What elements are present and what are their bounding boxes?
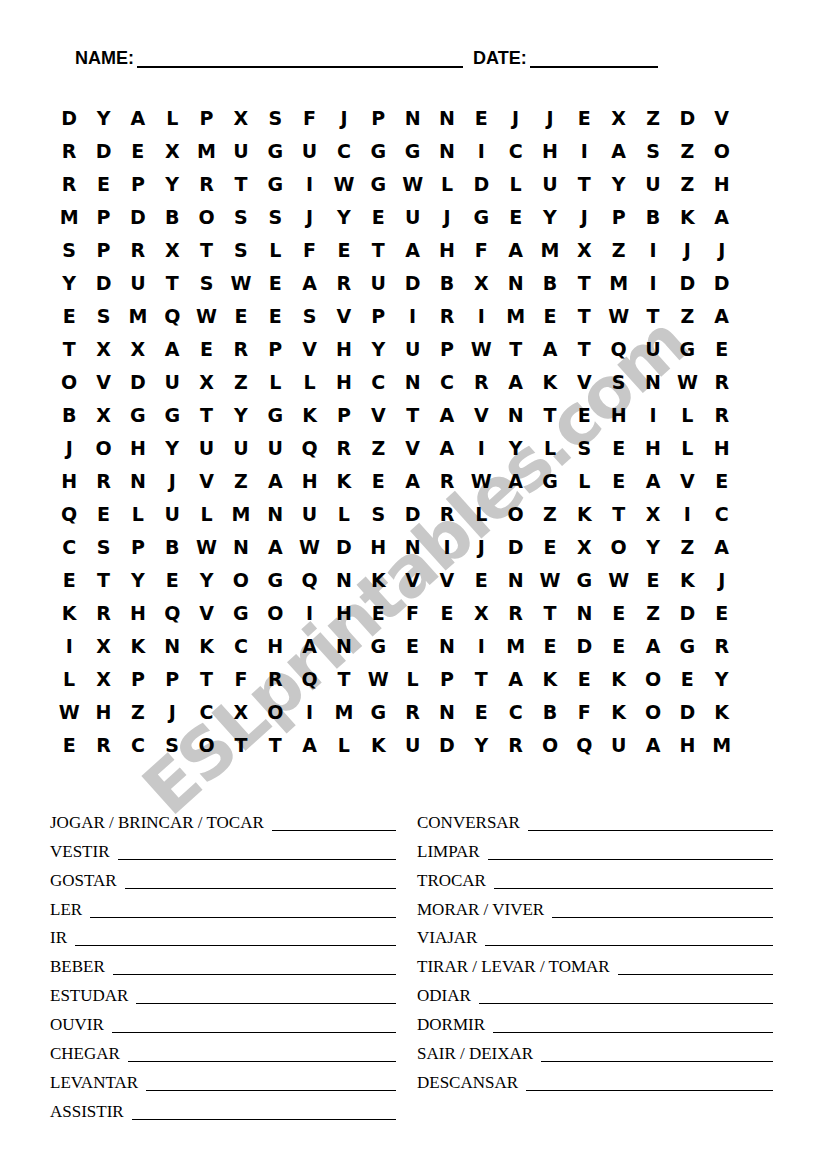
answer-blank-line (479, 1003, 773, 1004)
grid-cell: T (533, 398, 567, 431)
grid-cell: I (292, 696, 326, 729)
grid-cell: V (292, 332, 326, 365)
grid-cell: L (258, 233, 292, 266)
grid-cell: N (395, 101, 429, 134)
answer-blank-line (488, 859, 773, 860)
date-label: DATE: (473, 47, 527, 69)
grid-cell: H (430, 233, 464, 266)
grid-cell: O (86, 431, 120, 464)
grid-cell: G (395, 134, 429, 167)
grid-cell: Z (224, 465, 258, 498)
grid-cell: W (464, 332, 498, 365)
grid-cell: A (705, 531, 739, 564)
grid-cell: H (327, 365, 361, 398)
grid-cell: C (224, 630, 258, 663)
clue-verb-label: DORMIR (417, 1014, 485, 1035)
grid-cell: K (189, 630, 223, 663)
clue-verb-label: IR (50, 927, 67, 948)
grid-cell: H (121, 431, 155, 464)
grid-cell: Y (52, 266, 86, 299)
grid-cell: L (670, 398, 704, 431)
grid-cell: W (533, 564, 567, 597)
clue-verb-label: VESTIR (50, 841, 110, 862)
grid-cell: S (52, 233, 86, 266)
clue-list-left: JOGAR / BRINCAR / TOCARVESTIRGOSTARLERIR… (50, 804, 396, 1122)
grid-cell: T (189, 663, 223, 696)
grid-cell: E (602, 465, 636, 498)
grid-cell: Z (636, 597, 670, 630)
grid-cell: U (292, 498, 326, 531)
grid-cell: T (52, 332, 86, 365)
grid-cell: S (258, 101, 292, 134)
grid-cell: A (395, 465, 429, 498)
grid-cell: T (224, 729, 258, 762)
grid-cell: D (86, 266, 120, 299)
answer-blank-line (118, 859, 397, 860)
grid-cell: X (86, 398, 120, 431)
grid-cell: A (636, 465, 670, 498)
grid-cell: H (670, 729, 704, 762)
grid-cell: C (189, 696, 223, 729)
grid-cell: E (670, 663, 704, 696)
grid-cell: U (155, 365, 189, 398)
grid-cell: P (86, 233, 120, 266)
grid-cell: U (602, 729, 636, 762)
grid-cell: T (636, 299, 670, 332)
grid-cell: X (224, 696, 258, 729)
grid-cell: K (533, 365, 567, 398)
grid-cell: B (533, 266, 567, 299)
grid-cell: E (361, 200, 395, 233)
grid-cell: E (361, 597, 395, 630)
grid-cell: W (395, 167, 429, 200)
grid-cell: R (395, 696, 429, 729)
grid-cell: W (602, 299, 636, 332)
grid-cell: Y (602, 167, 636, 200)
grid-cell: Y (189, 564, 223, 597)
grid-cell: R (189, 167, 223, 200)
grid-cell: G (121, 398, 155, 431)
grid-cell: N (327, 630, 361, 663)
grid-cell: E (567, 101, 601, 134)
answer-blank-line (112, 1032, 396, 1033)
grid-cell: A (498, 365, 532, 398)
clue-row: MORAR / VIVER (417, 891, 773, 920)
grid-cell: E (705, 465, 739, 498)
header: NAME: DATE: (75, 42, 675, 69)
grid-cell: X (464, 266, 498, 299)
clue-row: OUVIR (50, 1006, 396, 1035)
grid-cell: K (567, 498, 601, 531)
clue-verb-label: ASSISTIR (50, 1101, 124, 1122)
grid-cell: T (464, 663, 498, 696)
answer-blank-line (113, 974, 396, 975)
grid-cell: R (705, 365, 739, 398)
grid-cell: D (121, 365, 155, 398)
grid-cell: O (224, 564, 258, 597)
grid-cell: T (533, 597, 567, 630)
grid-cell: D (705, 266, 739, 299)
grid-cell: E (567, 663, 601, 696)
grid-cell: X (86, 332, 120, 365)
grid-cell: S (86, 531, 120, 564)
clue-verb-label: VIAJAR (417, 927, 477, 948)
clue-row: ASSISTIR (50, 1093, 396, 1122)
clue-row: LER (50, 891, 396, 920)
grid-cell: J (155, 465, 189, 498)
grid-cell: R (430, 299, 464, 332)
grid-cell: E (602, 431, 636, 464)
grid-cell: D (670, 266, 704, 299)
grid-cell: E (567, 398, 601, 431)
grid-cell: U (361, 266, 395, 299)
grid-cell: G (670, 332, 704, 365)
grid-cell: K (533, 663, 567, 696)
answer-blank-line (526, 1090, 773, 1091)
grid-cell: R (498, 597, 532, 630)
grid-cell: U (533, 167, 567, 200)
grid-cell: T (567, 299, 601, 332)
grid-cell: R (258, 663, 292, 696)
grid-cell: L (52, 663, 86, 696)
grid-cell: D (121, 200, 155, 233)
grid-cell: P (430, 663, 464, 696)
grid-cell: I (670, 498, 704, 531)
grid-cell: I (464, 630, 498, 663)
grid-cell: M (533, 233, 567, 266)
grid-cell: T (602, 498, 636, 531)
grid-cell: M (52, 200, 86, 233)
grid-cell: A (636, 630, 670, 663)
grid-cell: V (86, 365, 120, 398)
grid-cell: L (258, 365, 292, 398)
grid-cell: J (567, 200, 601, 233)
grid-cell: Y (705, 663, 739, 696)
grid-cell: P (430, 332, 464, 365)
grid-cell: T (361, 233, 395, 266)
grid-cell: R (121, 233, 155, 266)
grid-cell: A (121, 101, 155, 134)
grid-cell: Y (86, 101, 120, 134)
answer-blank-line (128, 1061, 396, 1062)
word-search-grid: DYALPXSFJPNNEJJEXZDVRDEXMUGUCGGNICHIASZO… (52, 101, 739, 762)
grid-cell: I (292, 597, 326, 630)
grid-cell: Y (327, 200, 361, 233)
grid-cell: W (602, 564, 636, 597)
grid-cell: E (86, 498, 120, 531)
grid-cell: Q (567, 729, 601, 762)
clue-verb-label: LIMPAR (417, 841, 480, 862)
grid-cell: K (292, 398, 326, 431)
grid-cell: D (327, 531, 361, 564)
grid-cell: O (52, 365, 86, 398)
grid-cell: P (361, 299, 395, 332)
grid-cell: P (155, 663, 189, 696)
grid-cell: M (121, 299, 155, 332)
clue-row: CONVERSAR (417, 804, 773, 833)
clue-verb-label: LER (50, 899, 82, 920)
grid-cell: G (361, 630, 395, 663)
grid-cell: S (258, 200, 292, 233)
grid-cell: H (705, 431, 739, 464)
grid-cell: E (705, 597, 739, 630)
grid-cell: N (636, 365, 670, 398)
grid-cell: B (636, 200, 670, 233)
grid-cell: F (224, 663, 258, 696)
grid-cell: F (567, 696, 601, 729)
grid-cell: I (636, 266, 670, 299)
grid-cell: V (567, 365, 601, 398)
answer-blank-line (125, 888, 396, 889)
grid-cell: N (155, 630, 189, 663)
grid-cell: G (533, 465, 567, 498)
grid-cell: Y (224, 398, 258, 431)
clue-row: TROCAR (417, 862, 773, 891)
grid-cell: N (498, 266, 532, 299)
grid-cell: A (705, 200, 739, 233)
grid-cell: V (189, 597, 223, 630)
grid-cell: P (121, 167, 155, 200)
grid-cell: S (602, 365, 636, 398)
grid-cell: U (258, 431, 292, 464)
grid-cell: C (498, 134, 532, 167)
grid-cell: N (224, 531, 258, 564)
grid-cell: D (430, 729, 464, 762)
grid-cell: G (361, 167, 395, 200)
grid-cell: E (430, 597, 464, 630)
grid-cell: Z (670, 299, 704, 332)
grid-cell: G (258, 564, 292, 597)
grid-cell: Y (155, 431, 189, 464)
grid-cell: E (705, 332, 739, 365)
grid-cell: S (224, 200, 258, 233)
grid-cell: V (189, 465, 223, 498)
grid-cell: L (155, 101, 189, 134)
clue-verb-label: GOSTAR (50, 870, 117, 891)
clue-verb-label: BEBER (50, 956, 105, 977)
grid-cell: W (327, 167, 361, 200)
clue-row: JOGAR / BRINCAR / TOCAR (50, 804, 396, 833)
grid-cell: H (292, 465, 326, 498)
grid-cell: E (395, 630, 429, 663)
grid-cell: E (464, 101, 498, 134)
grid-cell: X (464, 597, 498, 630)
grid-cell: R (327, 431, 361, 464)
grid-cell: A (498, 663, 532, 696)
grid-cell: E (52, 299, 86, 332)
grid-cell: E (533, 630, 567, 663)
grid-cell: Q (602, 332, 636, 365)
grid-cell: Y (464, 729, 498, 762)
grid-cell: L (567, 465, 601, 498)
grid-cell: N (430, 101, 464, 134)
grid-cell: P (258, 332, 292, 365)
grid-cell: S (224, 233, 258, 266)
grid-cell: P (121, 531, 155, 564)
grid-cell: I (636, 398, 670, 431)
name-blank-line (137, 66, 463, 68)
grid-cell: F (292, 101, 326, 134)
grid-cell: X (189, 365, 223, 398)
grid-cell: W (670, 365, 704, 398)
answer-blank-line (132, 1119, 396, 1120)
worksheet-page: ESLprintables.com NAME: DATE: DYALPXSFJP… (0, 0, 821, 1169)
grid-cell: J (464, 531, 498, 564)
grid-cell: E (258, 266, 292, 299)
grid-cell: D (670, 101, 704, 134)
grid-cell: L (670, 431, 704, 464)
grid-cell: R (498, 729, 532, 762)
grid-cell: L (327, 498, 361, 531)
grid-cell: A (636, 729, 670, 762)
grid-cell: O (636, 696, 670, 729)
grid-cell: E (464, 564, 498, 597)
grid-cell: K (121, 630, 155, 663)
grid-cell: X (86, 630, 120, 663)
grid-cell: D (52, 101, 86, 134)
grid-cell: C (121, 729, 155, 762)
clue-verb-label: ODIAR (417, 985, 471, 1006)
grid-cell: U (189, 431, 223, 464)
answer-blank-line (136, 1003, 396, 1004)
grid-cell: Q (155, 597, 189, 630)
clue-verb-label: SAIR / DEIXAR (417, 1043, 533, 1064)
grid-cell: K (361, 729, 395, 762)
grid-cell: N (327, 564, 361, 597)
grid-cell: J (705, 233, 739, 266)
clue-list-right: CONVERSARLIMPARTROCARMORAR / VIVERVIAJAR… (417, 804, 773, 1093)
grid-cell: A (292, 266, 326, 299)
grid-cell: T (189, 233, 223, 266)
grid-cell: N (395, 365, 429, 398)
clue-row: BEBER (50, 948, 396, 977)
grid-cell: I (292, 167, 326, 200)
grid-cell: G (361, 134, 395, 167)
grid-cell: N (258, 498, 292, 531)
grid-cell: V (705, 101, 739, 134)
clue-verb-label: ESTUDAR (50, 985, 128, 1006)
answer-blank-line (618, 974, 773, 975)
grid-cell: E (52, 729, 86, 762)
grid-cell: I (636, 233, 670, 266)
grid-cell: Q (292, 564, 326, 597)
grid-cell: H (258, 630, 292, 663)
grid-cell: M (498, 299, 532, 332)
grid-cell: Y (361, 332, 395, 365)
grid-cell: C (327, 134, 361, 167)
grid-cell: D (670, 597, 704, 630)
answer-blank-line (494, 888, 773, 889)
grid-cell: U (395, 332, 429, 365)
grid-cell: N (498, 564, 532, 597)
answer-blank-line (493, 1032, 773, 1033)
grid-cell: R (52, 167, 86, 200)
clue-row: LIMPAR (417, 833, 773, 862)
answer-blank-line (528, 830, 773, 831)
clue-row: DORMIR (417, 1006, 773, 1035)
grid-cell: X (602, 101, 636, 134)
grid-cell: J (670, 233, 704, 266)
grid-cell: B (52, 398, 86, 431)
grid-cell: A (498, 233, 532, 266)
grid-cell: A (292, 729, 326, 762)
grid-cell: Z (361, 431, 395, 464)
clue-verb-label: CONVERSAR (417, 812, 520, 833)
grid-cell: S (567, 431, 601, 464)
grid-cell: G (670, 630, 704, 663)
grid-cell: H (86, 696, 120, 729)
grid-cell: P (189, 101, 223, 134)
grid-cell: E (464, 696, 498, 729)
grid-cell: L (121, 498, 155, 531)
clue-verb-label: JOGAR / BRINCAR / TOCAR (50, 812, 264, 833)
grid-cell: V (670, 465, 704, 498)
grid-cell: X (567, 233, 601, 266)
grid-cell: N (567, 597, 601, 630)
grid-cell: J (52, 431, 86, 464)
grid-cell: E (327, 233, 361, 266)
grid-cell: D (464, 167, 498, 200)
grid-cell: V (395, 431, 429, 464)
grid-cell: M (224, 498, 258, 531)
grid-cell: E (121, 134, 155, 167)
grid-cell: T (155, 266, 189, 299)
grid-cell: Q (52, 498, 86, 531)
grid-cell: S (86, 299, 120, 332)
grid-cell: D (395, 266, 429, 299)
clue-row: VESTIR (50, 833, 396, 862)
grid-cell: T (86, 564, 120, 597)
grid-cell: O (189, 200, 223, 233)
grid-cell: B (155, 531, 189, 564)
grid-cell: O (533, 729, 567, 762)
grid-cell: T (224, 167, 258, 200)
grid-cell: G (567, 564, 601, 597)
grid-cell: R (86, 465, 120, 498)
clue-row: GOSTAR (50, 862, 396, 891)
clue-verb-label: OUVIR (50, 1014, 104, 1035)
grid-cell: L (189, 498, 223, 531)
grid-cell: A (258, 531, 292, 564)
grid-cell: P (86, 200, 120, 233)
grid-cell: L (430, 167, 464, 200)
grid-cell: I (464, 134, 498, 167)
grid-cell: R (705, 630, 739, 663)
answer-blank-line (485, 945, 773, 946)
grid-cell: X (155, 134, 189, 167)
grid-cell: T (189, 398, 223, 431)
grid-cell: R (224, 332, 258, 365)
grid-cell: E (189, 332, 223, 365)
answer-blank-line (552, 917, 773, 918)
grid-cell: V (327, 299, 361, 332)
grid-cell: T (258, 729, 292, 762)
grid-cell: K (52, 597, 86, 630)
clue-row: ODIAR (417, 977, 773, 1006)
grid-cell: U (224, 134, 258, 167)
grid-cell: R (430, 465, 464, 498)
grid-cell: W (464, 465, 498, 498)
grid-cell: G (155, 398, 189, 431)
grid-cell: E (86, 167, 120, 200)
clue-verb-label: DESCANSAR (417, 1072, 518, 1093)
grid-cell: O (258, 696, 292, 729)
grid-cell: R (430, 498, 464, 531)
grid-cell: S (636, 134, 670, 167)
grid-cell: F (464, 233, 498, 266)
grid-cell: C (430, 365, 464, 398)
clue-verb-label: LEVANTAR (50, 1072, 138, 1093)
